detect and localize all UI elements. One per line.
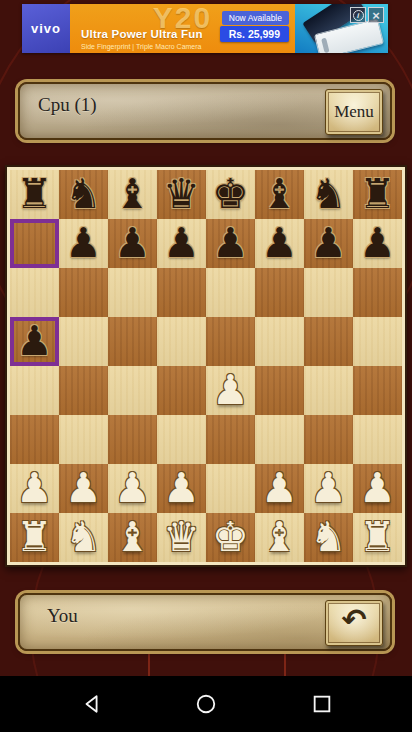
square-b3[interactable]	[59, 415, 108, 464]
menu-button[interactable]: Menu	[325, 89, 383, 135]
piece-white-rook-a1[interactable]: ♜	[10, 513, 59, 562]
square-c2[interactable]: ♟	[108, 464, 157, 513]
piece-black-knight-g8[interactable]: ♞	[304, 170, 353, 219]
square-b8[interactable]: ♞	[59, 170, 108, 219]
square-h4[interactable]	[353, 366, 402, 415]
recents-icon[interactable]	[311, 693, 333, 715]
square-b1[interactable]: ♞	[59, 513, 108, 562]
player-name: You	[20, 605, 78, 627]
chess-board: ♜♞♝♛♚♝♞♜♟♟♟♟♟♟♟♟♟♟♟♟♟♟♟♟♜♞♝♛♚♝♞♜	[10, 170, 402, 562]
square-g7[interactable]: ♟	[304, 219, 353, 268]
back-icon[interactable]	[81, 693, 103, 715]
piece-white-queen-d1[interactable]: ♛	[157, 513, 206, 562]
ad-headline: Ultra Power Ultra Fun	[81, 28, 203, 40]
piece-white-king-e1[interactable]: ♚	[206, 513, 255, 562]
square-f2[interactable]: ♟	[255, 464, 304, 513]
square-e8[interactable]: ♚	[206, 170, 255, 219]
square-d2[interactable]: ♟	[157, 464, 206, 513]
square-h2[interactable]: ♟	[353, 464, 402, 513]
square-f4[interactable]	[255, 366, 304, 415]
square-h8[interactable]: ♜	[353, 170, 402, 219]
piece-black-pawn-g7[interactable]: ♟	[304, 219, 353, 268]
piece-black-rook-a8[interactable]: ♜	[10, 170, 59, 219]
piece-white-pawn-g2[interactable]: ♟	[304, 464, 353, 513]
piece-white-pawn-f2[interactable]: ♟	[255, 464, 304, 513]
square-a2[interactable]: ♟	[10, 464, 59, 513]
piece-white-bishop-f1[interactable]: ♝	[255, 513, 304, 562]
square-c7[interactable]: ♟	[108, 219, 157, 268]
square-h1[interactable]: ♜	[353, 513, 402, 562]
square-d3[interactable]	[157, 415, 206, 464]
square-h6[interactable]	[353, 268, 402, 317]
ad-close-icon[interactable]: ×	[368, 7, 384, 23]
ad-product-images: i ×	[295, 4, 388, 53]
square-g5[interactable]	[304, 317, 353, 366]
square-c6[interactable]	[108, 268, 157, 317]
piece-white-bishop-c1[interactable]: ♝	[108, 513, 157, 562]
square-a8[interactable]: ♜	[10, 170, 59, 219]
square-c8[interactable]: ♝	[108, 170, 157, 219]
square-d1[interactable]: ♛	[157, 513, 206, 562]
undo-button[interactable]: ↶	[325, 600, 383, 646]
square-f5[interactable]	[255, 317, 304, 366]
ad-brand-logo: vivo	[22, 4, 70, 53]
piece-black-rook-h8[interactable]: ♜	[353, 170, 402, 219]
square-e5[interactable]	[206, 317, 255, 366]
square-b6[interactable]	[59, 268, 108, 317]
piece-white-pawn-d2[interactable]: ♟	[157, 464, 206, 513]
ad-banner[interactable]: vivo Y20 Ultra Power Ultra Fun Side Fing…	[22, 4, 388, 53]
piece-white-pawn-a2[interactable]: ♟	[10, 464, 59, 513]
ad-availability-badge: Now Available	[222, 11, 289, 25]
square-f7[interactable]: ♟	[255, 219, 304, 268]
square-d4[interactable]	[157, 366, 206, 415]
square-g6[interactable]	[304, 268, 353, 317]
square-a6[interactable]	[10, 268, 59, 317]
piece-black-pawn-c7[interactable]: ♟	[108, 219, 157, 268]
piece-black-pawn-a5[interactable]: ♟	[10, 317, 59, 366]
square-d6[interactable]	[157, 268, 206, 317]
ad-price-badge: Rs. 25,999	[220, 26, 289, 42]
square-e2[interactable]	[206, 464, 255, 513]
ad-content: Y20 Ultra Power Ultra Fun Side Fingerpri…	[70, 4, 295, 53]
square-e6[interactable]	[206, 268, 255, 317]
square-b2[interactable]: ♟	[59, 464, 108, 513]
piece-black-pawn-f7[interactable]: ♟	[255, 219, 304, 268]
square-d5[interactable]	[157, 317, 206, 366]
square-e4[interactable]: ♟	[206, 366, 255, 415]
square-g2[interactable]: ♟	[304, 464, 353, 513]
ad-info-icon[interactable]: i	[350, 7, 366, 23]
piece-white-pawn-e4[interactable]: ♟	[206, 366, 255, 415]
app-screen: vivo Y20 Ultra Power Ultra Fun Side Fing…	[0, 0, 412, 732]
player-panel: You ↶	[18, 593, 392, 651]
piece-black-pawn-b7[interactable]: ♟	[59, 219, 108, 268]
piece-white-knight-g1[interactable]: ♞	[304, 513, 353, 562]
ad-subline: Side Fingerprint | Triple Macro Camera	[81, 43, 201, 50]
piece-black-bishop-c8[interactable]: ♝	[108, 170, 157, 219]
square-f1[interactable]: ♝	[255, 513, 304, 562]
android-navbar	[0, 676, 412, 732]
opponent-name: Cpu (1)	[20, 94, 97, 116]
square-c4[interactable]	[108, 366, 157, 415]
square-g4[interactable]	[304, 366, 353, 415]
square-e7[interactable]: ♟	[206, 219, 255, 268]
square-a7[interactable]	[10, 219, 59, 268]
square-b5[interactable]	[59, 317, 108, 366]
piece-black-knight-b8[interactable]: ♞	[59, 170, 108, 219]
square-d7[interactable]: ♟	[157, 219, 206, 268]
square-h5[interactable]	[353, 317, 402, 366]
piece-white-rook-h1[interactable]: ♜	[353, 513, 402, 562]
square-a4[interactable]	[10, 366, 59, 415]
piece-black-bishop-f8[interactable]: ♝	[255, 170, 304, 219]
square-g8[interactable]: ♞	[304, 170, 353, 219]
square-f8[interactable]: ♝	[255, 170, 304, 219]
square-g1[interactable]: ♞	[304, 513, 353, 562]
square-a3[interactable]	[10, 415, 59, 464]
square-b7[interactable]: ♟	[59, 219, 108, 268]
piece-black-pawn-d7[interactable]: ♟	[157, 219, 206, 268]
piece-black-king-e8[interactable]: ♚	[206, 170, 255, 219]
square-e1[interactable]: ♚	[206, 513, 255, 562]
piece-white-pawn-h2[interactable]: ♟	[353, 464, 402, 513]
square-f3[interactable]	[255, 415, 304, 464]
piece-white-knight-b1[interactable]: ♞	[59, 513, 108, 562]
square-h7[interactable]: ♟	[353, 219, 402, 268]
chess-board-frame: ♜♞♝♛♚♝♞♜♟♟♟♟♟♟♟♟♟♟♟♟♟♟♟♟♜♞♝♛♚♝♞♜	[5, 165, 407, 567]
square-h3[interactable]	[353, 415, 402, 464]
piece-white-pawn-c2[interactable]: ♟	[108, 464, 157, 513]
square-c5[interactable]	[108, 317, 157, 366]
square-f6[interactable]	[255, 268, 304, 317]
square-a5[interactable]: ♟	[10, 317, 59, 366]
ad-icon-group: i ×	[350, 7, 384, 23]
piece-black-queen-d8[interactable]: ♛	[157, 170, 206, 219]
opponent-panel: Cpu (1) Menu	[18, 82, 392, 140]
square-b4[interactable]	[59, 366, 108, 415]
piece-white-pawn-b2[interactable]: ♟	[59, 464, 108, 513]
piece-black-pawn-e7[interactable]: ♟	[206, 219, 255, 268]
square-e3[interactable]	[206, 415, 255, 464]
ad-phone-camera-detail	[321, 38, 329, 53]
home-icon[interactable]	[195, 693, 217, 715]
piece-black-pawn-h7[interactable]: ♟	[353, 219, 402, 268]
square-c3[interactable]	[108, 415, 157, 464]
square-c1[interactable]: ♝	[108, 513, 157, 562]
square-g3[interactable]	[304, 415, 353, 464]
square-d8[interactable]: ♛	[157, 170, 206, 219]
undo-icon: ↶	[341, 605, 366, 635]
square-a1[interactable]: ♜	[10, 513, 59, 562]
